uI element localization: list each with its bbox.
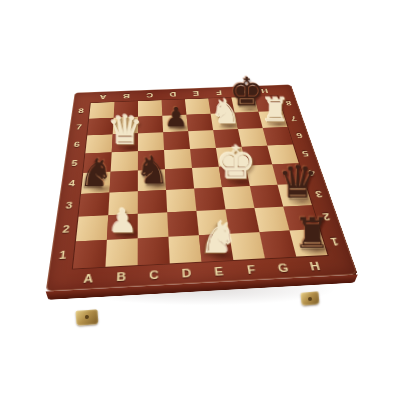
label-bottom-b: B <box>104 265 137 288</box>
square-b4[interactable] <box>110 170 138 192</box>
square-e3[interactable] <box>194 187 225 211</box>
square-b2[interactable]: ♟ <box>107 214 138 240</box>
label-top-a: A <box>91 91 115 103</box>
label-top-e: E <box>184 88 208 100</box>
square-c1[interactable] <box>138 237 170 265</box>
label-left-2: 2 <box>53 217 79 243</box>
square-e7[interactable] <box>187 114 214 131</box>
square-a1[interactable] <box>73 240 107 269</box>
label-left-3: 3 <box>56 194 81 218</box>
white-king-f4[interactable]: ♚ <box>215 140 256 186</box>
square-c4[interactable]: ♞ <box>138 169 166 191</box>
black-rook-h1[interactable]: ♜ <box>293 213 331 255</box>
square-h1[interactable]: ♜ <box>289 229 327 257</box>
black-queen-h3[interactable]: ♛ <box>277 160 317 205</box>
label-top-g: G <box>229 86 254 98</box>
square-b1[interactable] <box>105 238 137 266</box>
square-d7[interactable]: ♟ <box>162 115 188 133</box>
label-bottom-f: F <box>233 258 269 281</box>
square-e5[interactable] <box>190 148 219 168</box>
black-knight-a4[interactable]: ♞ <box>78 154 113 193</box>
square-f4[interactable]: ♚ <box>219 166 250 188</box>
tilted-board-plane: ABCDEFGH 87654321 ♚♟♞♜♛♞♞♚♛♟♞♜ 87654321 … <box>46 85 358 292</box>
white-pawn-b2[interactable]: ♟ <box>108 205 138 238</box>
label-top-f: F <box>207 87 232 99</box>
label-left-1: 1 <box>49 241 76 269</box>
label-left-7: 7 <box>68 119 89 137</box>
white-knight-f7[interactable]: ♞ <box>210 95 241 129</box>
square-b6[interactable]: ♛ <box>112 133 138 152</box>
brass-clasp-left <box>76 309 99 325</box>
label-bottom-d: D <box>170 262 204 285</box>
square-e6[interactable] <box>188 130 216 149</box>
square-d1[interactable] <box>168 235 201 263</box>
label-bottom-e: E <box>202 260 237 283</box>
board-frame: ABCDEFGH 87654321 ♚♟♞♜♛♞♞♚♛♟♞♜ 87654321 … <box>46 85 358 292</box>
square-f3[interactable] <box>222 186 254 210</box>
square-e8[interactable] <box>185 98 211 114</box>
label-top-h: H <box>252 85 278 96</box>
label-top-b: B <box>114 90 138 102</box>
square-b5[interactable] <box>111 151 138 171</box>
square-a4[interactable]: ♞ <box>81 172 111 194</box>
square-a3[interactable] <box>79 193 110 217</box>
label-top-d: D <box>161 89 185 101</box>
square-c2[interactable] <box>138 212 169 238</box>
square-c3[interactable] <box>138 190 167 214</box>
square-d2[interactable] <box>167 211 199 237</box>
white-knight-e1[interactable]: ♞ <box>198 216 237 260</box>
square-d3[interactable] <box>166 189 196 213</box>
black-pawn-d7[interactable]: ♟ <box>164 104 188 131</box>
label-top-c: C <box>138 89 161 101</box>
brass-clasp-right <box>300 291 319 306</box>
label-right-7: 7 <box>282 110 305 127</box>
square-a2[interactable] <box>76 215 108 241</box>
square-f7[interactable]: ♞ <box>211 113 238 130</box>
label-bottom-a: A <box>71 267 106 290</box>
label-bottom-c: C <box>138 263 171 286</box>
label-bottom-h: H <box>296 255 334 278</box>
label-right-6: 6 <box>287 126 311 144</box>
white-queen-b6[interactable]: ♛ <box>107 110 143 151</box>
label-right-8: 8 <box>278 95 300 111</box>
label-left-8: 8 <box>71 103 91 119</box>
chess-set-photo: ABCDEFGH 87654321 ♚♟♞♜♛♞♞♚♛♟♞♜ 87654321 … <box>0 0 400 400</box>
square-h3[interactable]: ♛ <box>278 183 312 206</box>
black-knight-c4[interactable]: ♞ <box>135 151 170 190</box>
perspective-wrapper: ABCDEFGH 87654321 ♚♟♞♜♛♞♞♚♛♟♞♜ 87654321 … <box>64 40 320 296</box>
square-e1[interactable]: ♞ <box>199 234 233 262</box>
